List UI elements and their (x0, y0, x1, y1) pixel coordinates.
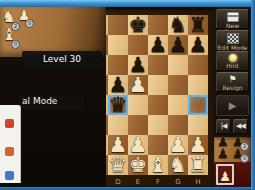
resign-label: Resign (217, 85, 248, 91)
square-d2[interactable]: ♟ (108, 135, 128, 155)
square-f2[interactable] (148, 135, 168, 155)
file-label-d: D (108, 177, 128, 187)
square-e4[interactable] (128, 95, 148, 115)
square-g1[interactable]: ♞ (168, 155, 188, 175)
white-pawn-icon: ♟ (219, 169, 231, 184)
square-d8[interactable] (108, 15, 128, 35)
square-d5[interactable]: ♟ (108, 75, 128, 95)
window-right-border (251, 0, 255, 190)
black-pawn: ♟ (108, 74, 128, 96)
level-indicator: Level 30 (22, 51, 102, 67)
square-h8[interactable]: ♜ (188, 15, 208, 35)
black-pawn: ♟ (128, 54, 148, 76)
play-icon: ▶ (229, 100, 237, 111)
square-f6[interactable] (148, 55, 168, 75)
play-forward-button[interactable]: ▶ (216, 95, 249, 116)
hint-label: Hint (217, 63, 248, 69)
floppy-disk-icon (227, 12, 239, 22)
white-knight: ♞ (168, 154, 188, 176)
chess-app-window: ♜♞♝♚♞♜♟♟♟♟♟♟♟♟♟♛♟♟♟♟♟♟♟♜♞♝♛♚♝♞♜ DEFGH ♞ … (0, 0, 255, 190)
square-d3[interactable] (108, 115, 128, 135)
file-label-h: H (188, 177, 208, 187)
captured-white-pieces-tray: ♞ 2 ♟ 0 ♝ 0 (0, 7, 106, 57)
selected-piece-box[interactable]: ♟ (216, 164, 234, 185)
captured-black-pawn: ♟ (217, 147, 229, 161)
edit-mode-button[interactable]: Edit Mode (216, 30, 249, 50)
square-e8[interactable]: ♚ (128, 15, 148, 35)
square-e2[interactable]: ♟ (128, 135, 148, 155)
black-queen: ♛ (108, 94, 128, 116)
white-pawn: ♟ (188, 134, 208, 156)
square-e3[interactable] (128, 115, 148, 135)
square-f1[interactable]: ♝ (148, 155, 168, 175)
square-h5[interactable] (188, 75, 208, 95)
rewind-button[interactable]: ◀◀ (233, 119, 248, 134)
square-d4[interactable]: ♛ (108, 95, 128, 115)
white-queen: ♛ (108, 154, 128, 176)
square-f4[interactable] (148, 95, 168, 115)
captured-count-badge: 0 (11, 40, 20, 49)
black-pawn: ♟ (168, 34, 188, 56)
captured-count-badge: 2 (11, 22, 20, 31)
square-h2[interactable]: ♟ (188, 135, 208, 155)
file-label-f: F (148, 177, 168, 187)
checkerboard-icon (227, 33, 239, 44)
blue-icon (5, 171, 14, 180)
skip-to-start-icon: |◀ (221, 122, 227, 130)
square-h6[interactable] (188, 55, 208, 75)
red-icon (5, 119, 14, 128)
square-g5[interactable] (168, 75, 188, 95)
piece-select-area: ♟ (214, 162, 251, 188)
square-e7[interactable] (128, 35, 148, 55)
square-f3[interactable] (148, 115, 168, 135)
captured-black-pieces-tray: ♟ ♟ 2 ♟ ♟ 0 (214, 137, 251, 162)
square-g8[interactable]: ♞ (168, 15, 188, 35)
captured-count-badge: 0 (25, 19, 34, 28)
square-d7[interactable] (108, 35, 128, 55)
new-game-button[interactable]: New Game (216, 9, 249, 29)
captured-count-badge: 2 (240, 142, 249, 151)
white-pawn: ♟ (128, 74, 148, 96)
black-pawn: ♟ (148, 34, 168, 56)
square-f5[interactable] (148, 75, 168, 95)
window-top-border (0, 0, 255, 7)
white-pawn: ♟ (108, 134, 128, 156)
captured-white-knight: ♞ (1, 9, 17, 58)
file-label-g: G (168, 177, 188, 187)
square-g3[interactable] (168, 115, 188, 135)
white-pawn: ♟ (168, 134, 188, 156)
square-d6[interactable] (108, 55, 128, 75)
mode-indicator: al Mode (18, 94, 84, 109)
flag-icon: ⚑ (228, 75, 238, 84)
square-f7[interactable]: ♟ (148, 35, 168, 55)
square-h1[interactable]: ♜ (188, 155, 208, 175)
hint-button[interactable]: Hint (216, 51, 249, 71)
square-h4[interactable] (188, 95, 208, 115)
white-bishop: ♝ (148, 154, 168, 176)
square-g6[interactable] (168, 55, 188, 75)
square-e1[interactable]: ♚ (128, 155, 148, 175)
right-panel: New Game Edit Mode Hint ⚑ Resign ▶ |◀ ◀◀… (214, 7, 251, 188)
white-king: ♚ (128, 154, 148, 176)
square-g4[interactable] (168, 95, 188, 115)
square-g7[interactable]: ♟ (168, 35, 188, 55)
black-king: ♚ (128, 14, 148, 36)
square-e5[interactable]: ♟ (128, 75, 148, 95)
lightbulb-icon (229, 54, 237, 62)
square-g2[interactable]: ♟ (168, 135, 188, 155)
rewind-icon: ◀◀ (236, 122, 245, 130)
white-pawn: ♟ (128, 134, 148, 156)
square-h3[interactable] (188, 115, 208, 135)
orange-icon (5, 147, 14, 156)
square-e6[interactable]: ♟ (128, 55, 148, 75)
black-knight: ♞ (168, 14, 188, 36)
file-label-e: E (128, 177, 148, 187)
square-d1[interactable]: ♛ (108, 155, 128, 175)
window-bottom-border (0, 187, 255, 190)
resign-button[interactable]: ⚑ Resign (216, 72, 249, 92)
black-rook: ♜ (188, 14, 208, 36)
captured-count-badge: 0 (240, 154, 249, 163)
square-f8[interactable] (148, 15, 168, 35)
white-rook: ♜ (188, 154, 208, 176)
skip-to-start-button[interactable]: |◀ (216, 119, 231, 134)
background-window-fragment (0, 105, 21, 183)
square-h7[interactable]: ♟ (188, 35, 208, 55)
black-pawn: ♟ (188, 34, 208, 56)
